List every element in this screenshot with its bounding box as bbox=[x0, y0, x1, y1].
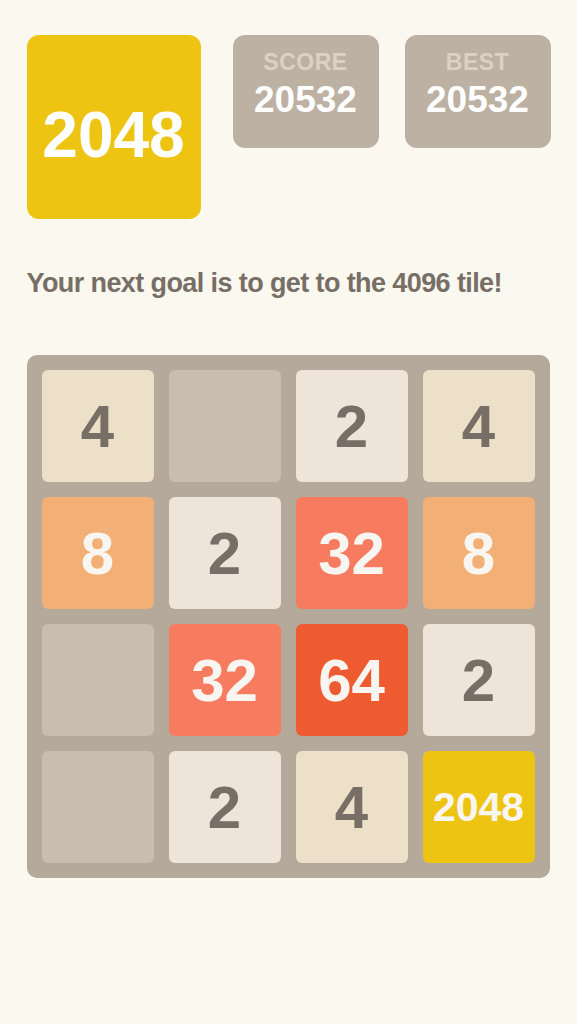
tile-2: 2 bbox=[296, 370, 408, 482]
app-container: 2048 SCORE 20532 BEST 20532 Your next go… bbox=[27, 0, 551, 878]
board-grid[interactable]: 4248232832642242048 bbox=[27, 355, 550, 878]
best-value: 20532 bbox=[426, 79, 529, 121]
tile-2: 2 bbox=[169, 497, 281, 609]
best-box: BEST 20532 bbox=[405, 35, 551, 148]
best-label: BEST bbox=[446, 49, 509, 76]
logo-tile: 2048 bbox=[27, 35, 201, 219]
score-label: SCORE bbox=[263, 49, 347, 76]
score-box: SCORE 20532 bbox=[233, 35, 379, 148]
tile-32: 32 bbox=[296, 497, 408, 609]
empty-cell bbox=[42, 751, 154, 863]
header: 2048 SCORE 20532 BEST 20532 bbox=[27, 35, 551, 219]
empty-cell bbox=[169, 370, 281, 482]
tile-8: 8 bbox=[423, 497, 535, 609]
tile-32: 32 bbox=[169, 624, 281, 736]
score-value: 20532 bbox=[254, 79, 357, 121]
tile-4: 4 bbox=[296, 751, 408, 863]
tile-8: 8 bbox=[42, 497, 154, 609]
tile-4: 4 bbox=[423, 370, 535, 482]
tile-4: 4 bbox=[42, 370, 154, 482]
tile-2: 2 bbox=[423, 624, 535, 736]
tile-64: 64 bbox=[296, 624, 408, 736]
empty-cell bbox=[42, 624, 154, 736]
score-panel: SCORE 20532 BEST 20532 bbox=[233, 35, 551, 148]
goal-text: Your next goal is to get to the 4096 til… bbox=[27, 268, 551, 299]
tile-2: 2 bbox=[169, 751, 281, 863]
tile-2048: 2048 bbox=[423, 751, 535, 863]
logo-text: 2048 bbox=[42, 98, 184, 172]
